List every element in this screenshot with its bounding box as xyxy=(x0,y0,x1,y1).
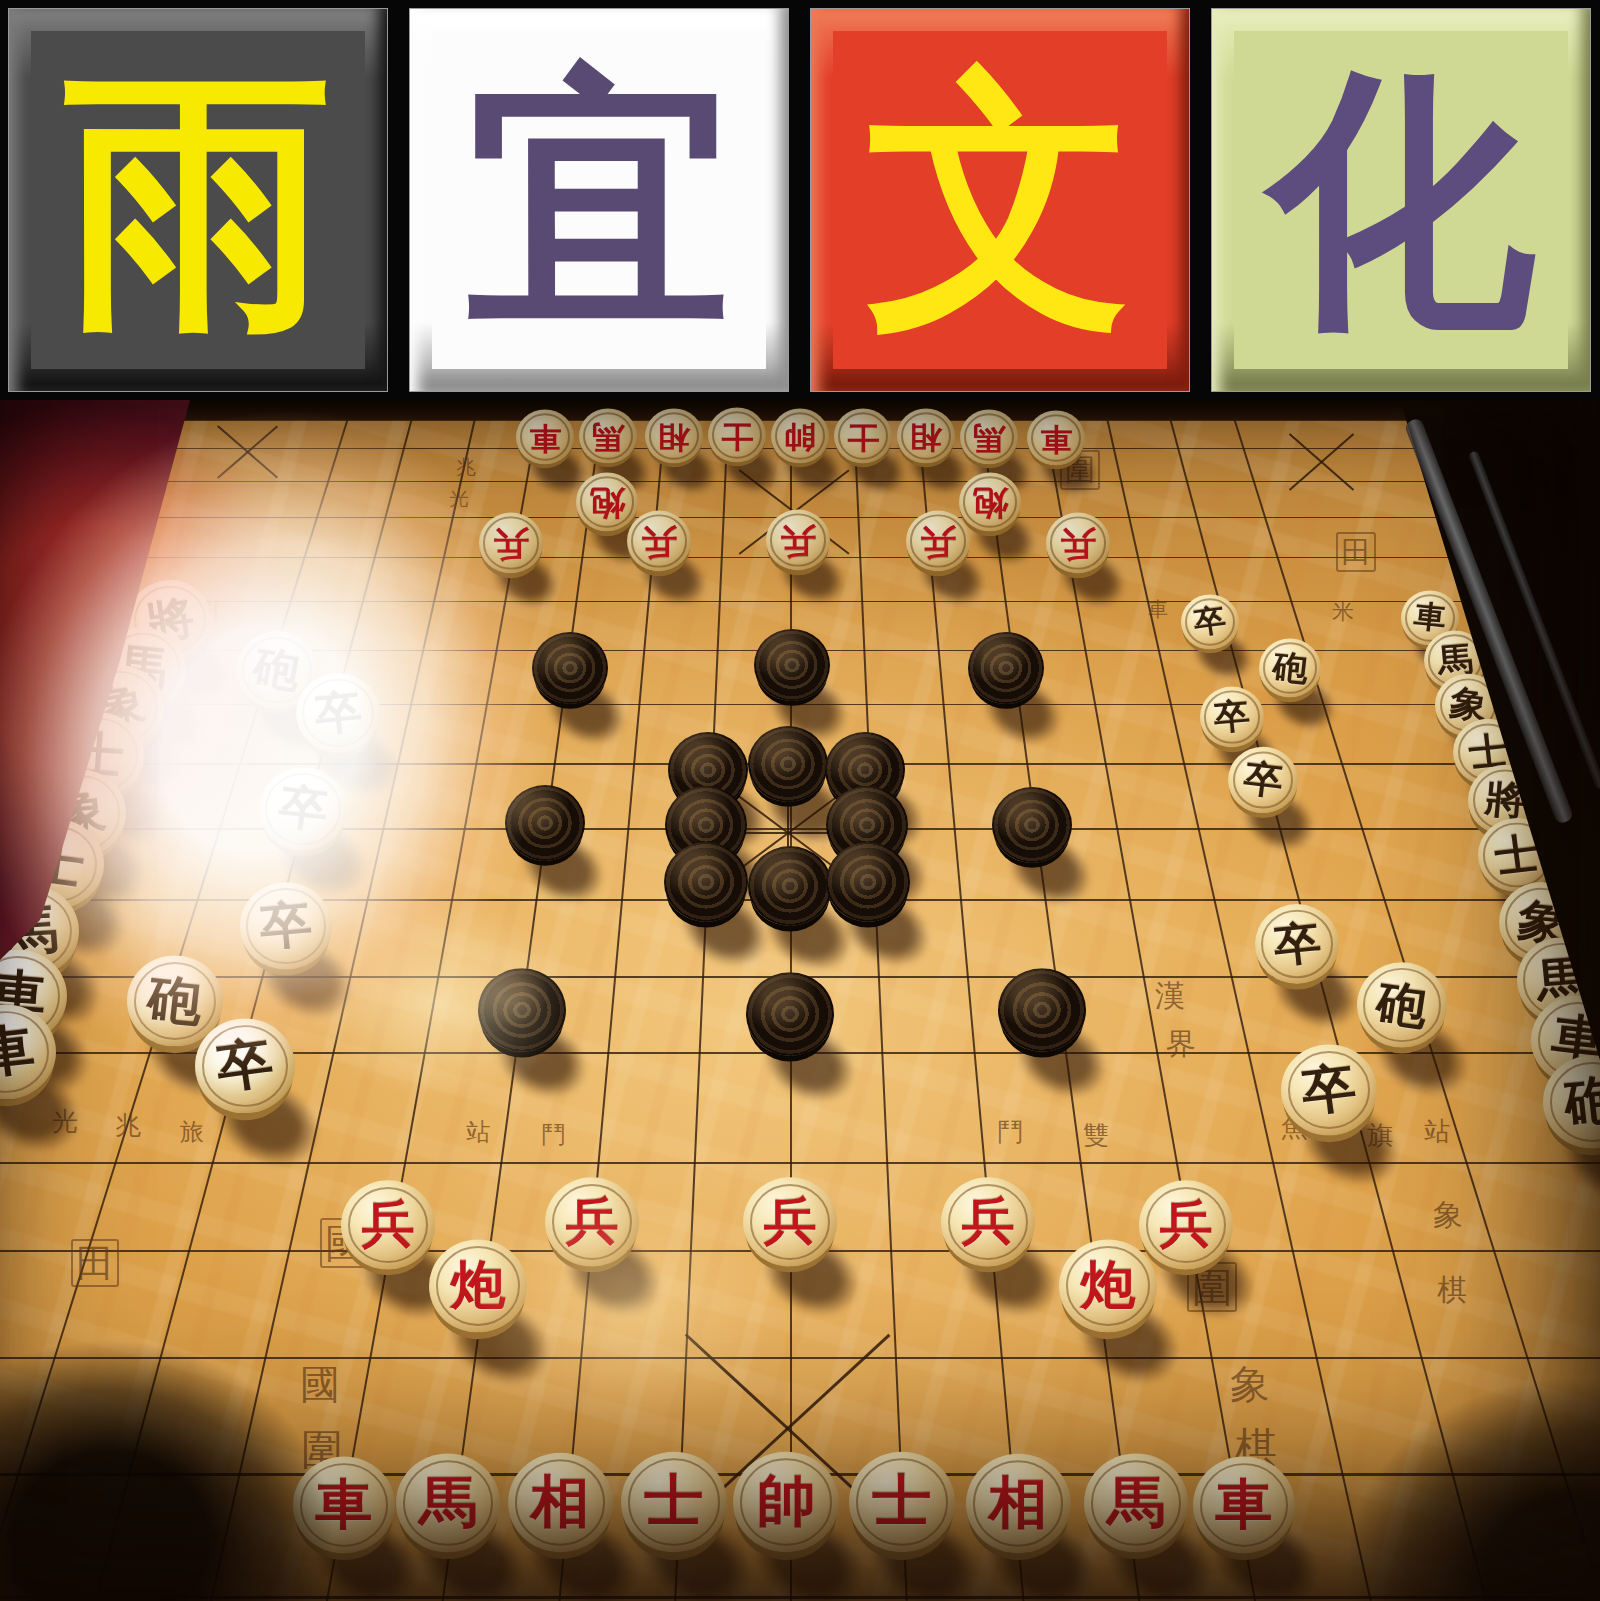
tile-panel: 文 xyxy=(833,31,1167,369)
brand-character: 化 xyxy=(1267,63,1535,336)
tile-panel: 雨 xyxy=(31,31,365,369)
tile-panel: 宜 xyxy=(432,31,766,369)
brand-tile-宜: 宜 xyxy=(409,8,789,392)
brand-character: 宜 xyxy=(465,63,733,336)
xiangqi-photo: 兆光車馬米圍田川兆漢界光兆旅站鬥鬥雙魚旗站田國圍國圍樟象棋樟象棋 車馬相士帥士相… xyxy=(0,400,1600,1601)
brand-header: 雨 宜 文 化 xyxy=(0,0,1600,400)
vignette xyxy=(0,400,1600,1601)
brand-character: 雨 xyxy=(64,63,332,336)
brand-tile-雨: 雨 xyxy=(8,8,388,392)
brand-tile-化: 化 xyxy=(1211,8,1591,392)
tile-panel: 化 xyxy=(1234,31,1568,369)
screenshot-root: 雨 宜 文 化 兆光車馬米圍田川兆漢界光兆旅站鬥鬥雙魚旗站田國圍國圍樟象棋樟象棋… xyxy=(0,0,1600,1601)
brand-tile-文: 文 xyxy=(810,8,1190,392)
brand-character: 文 xyxy=(866,63,1134,336)
